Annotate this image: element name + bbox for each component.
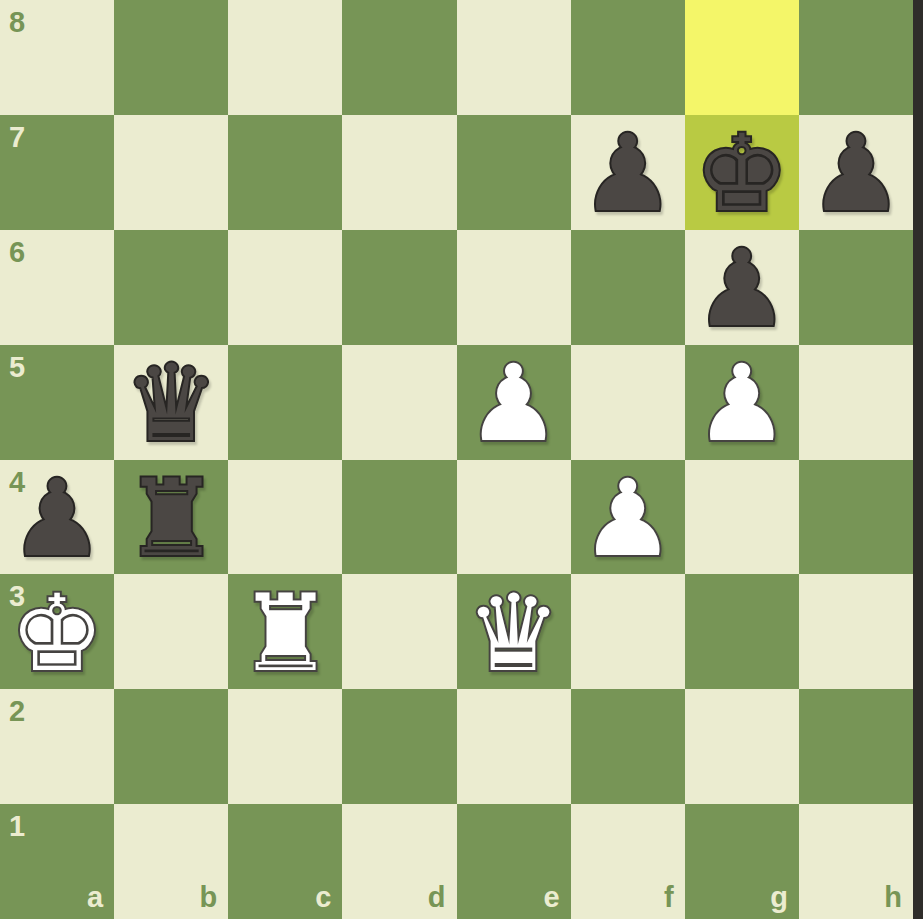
piece-black-pawn[interactable]: ♟ <box>0 462 114 577</box>
square-b3[interactable] <box>114 574 228 689</box>
square-c3[interactable]: ♜ <box>228 574 342 689</box>
piece-black-king[interactable]: ♚ <box>685 117 799 232</box>
square-e6[interactable] <box>457 230 571 345</box>
square-g7[interactable]: ♚ <box>685 115 799 230</box>
square-c8[interactable] <box>228 0 342 115</box>
file-label-h: h <box>884 883 902 912</box>
square-c7[interactable] <box>228 115 342 230</box>
rank-label-7: 7 <box>9 123 25 152</box>
piece-white-pawn[interactable]: ♟ <box>457 347 571 462</box>
square-d2[interactable] <box>342 689 456 804</box>
square-f4[interactable]: ♟ <box>571 460 685 575</box>
square-f5[interactable] <box>571 345 685 460</box>
square-a6[interactable]: 6 <box>0 230 114 345</box>
square-c5[interactable] <box>228 345 342 460</box>
square-c2[interactable] <box>228 689 342 804</box>
square-c1[interactable]: c <box>228 804 342 919</box>
square-b8[interactable] <box>114 0 228 115</box>
square-a5[interactable]: 5 <box>0 345 114 460</box>
square-a1[interactable]: 1a <box>0 804 114 919</box>
square-a2[interactable]: 2 <box>0 689 114 804</box>
file-label-c: c <box>315 883 331 912</box>
piece-black-pawn[interactable]: ♟ <box>571 117 685 232</box>
square-b6[interactable] <box>114 230 228 345</box>
square-b5[interactable]: ♛ <box>114 345 228 460</box>
square-h2[interactable] <box>799 689 913 804</box>
square-g3[interactable] <box>685 574 799 689</box>
piece-white-pawn[interactable]: ♟ <box>685 347 799 462</box>
square-h5[interactable] <box>799 345 913 460</box>
file-label-d: d <box>428 883 446 912</box>
rank-label-2: 2 <box>9 697 25 726</box>
square-e3[interactable]: ♛ <box>457 574 571 689</box>
piece-white-queen[interactable]: ♛ <box>457 576 571 691</box>
square-g8[interactable] <box>685 0 799 115</box>
square-d4[interactable] <box>342 460 456 575</box>
square-h4[interactable] <box>799 460 913 575</box>
square-e7[interactable] <box>457 115 571 230</box>
piece-black-queen[interactable]: ♛ <box>114 347 228 462</box>
square-f6[interactable] <box>571 230 685 345</box>
square-f7[interactable]: ♟ <box>571 115 685 230</box>
file-label-a: a <box>87 883 103 912</box>
square-a3[interactable]: 3♚ <box>0 574 114 689</box>
square-h7[interactable]: ♟ <box>799 115 913 230</box>
square-a4[interactable]: 4♟ <box>0 460 114 575</box>
square-d1[interactable]: d <box>342 804 456 919</box>
square-f8[interactable] <box>571 0 685 115</box>
square-h1[interactable]: h <box>799 804 913 919</box>
rank-label-5: 5 <box>9 353 25 382</box>
square-c4[interactable] <box>228 460 342 575</box>
square-f1[interactable]: f <box>571 804 685 919</box>
piece-black-pawn[interactable]: ♟ <box>799 117 913 232</box>
square-e1[interactable]: e <box>457 804 571 919</box>
square-d5[interactable] <box>342 345 456 460</box>
square-h8[interactable] <box>799 0 913 115</box>
square-b1[interactable]: b <box>114 804 228 919</box>
piece-white-king[interactable]: ♚ <box>0 576 114 691</box>
square-h3[interactable] <box>799 574 913 689</box>
square-a7[interactable]: 7 <box>0 115 114 230</box>
square-d6[interactable] <box>342 230 456 345</box>
square-g6[interactable]: ♟ <box>685 230 799 345</box>
square-b7[interactable] <box>114 115 228 230</box>
piece-black-pawn[interactable]: ♟ <box>685 232 799 347</box>
square-b2[interactable] <box>114 689 228 804</box>
square-e5[interactable]: ♟ <box>457 345 571 460</box>
square-e8[interactable] <box>457 0 571 115</box>
file-label-b: b <box>200 883 218 912</box>
square-d7[interactable] <box>342 115 456 230</box>
piece-black-rook[interactable]: ♜ <box>114 462 228 577</box>
square-a8[interactable]: 8 <box>0 0 114 115</box>
square-g1[interactable]: g <box>685 804 799 919</box>
rank-label-6: 6 <box>9 238 25 267</box>
square-c6[interactable] <box>228 230 342 345</box>
square-b4[interactable]: ♜ <box>114 460 228 575</box>
file-label-e: e <box>543 883 559 912</box>
rank-label-1: 1 <box>9 812 25 841</box>
square-g2[interactable] <box>685 689 799 804</box>
square-d8[interactable] <box>342 0 456 115</box>
square-f3[interactable] <box>571 574 685 689</box>
square-g4[interactable] <box>685 460 799 575</box>
piece-white-pawn[interactable]: ♟ <box>571 462 685 577</box>
piece-white-rook[interactable]: ♜ <box>228 576 342 691</box>
square-e4[interactable] <box>457 460 571 575</box>
file-label-g: g <box>770 883 788 912</box>
square-g5[interactable]: ♟ <box>685 345 799 460</box>
square-d3[interactable] <box>342 574 456 689</box>
rank-label-8: 8 <box>9 8 25 37</box>
square-f2[interactable] <box>571 689 685 804</box>
chess-board: 87♟♚♟6♟5♛♟♟4♟♜♟3♚♜♛21abcdefgh <box>0 0 913 919</box>
square-e2[interactable] <box>457 689 571 804</box>
square-h6[interactable] <box>799 230 913 345</box>
file-label-f: f <box>664 883 674 912</box>
